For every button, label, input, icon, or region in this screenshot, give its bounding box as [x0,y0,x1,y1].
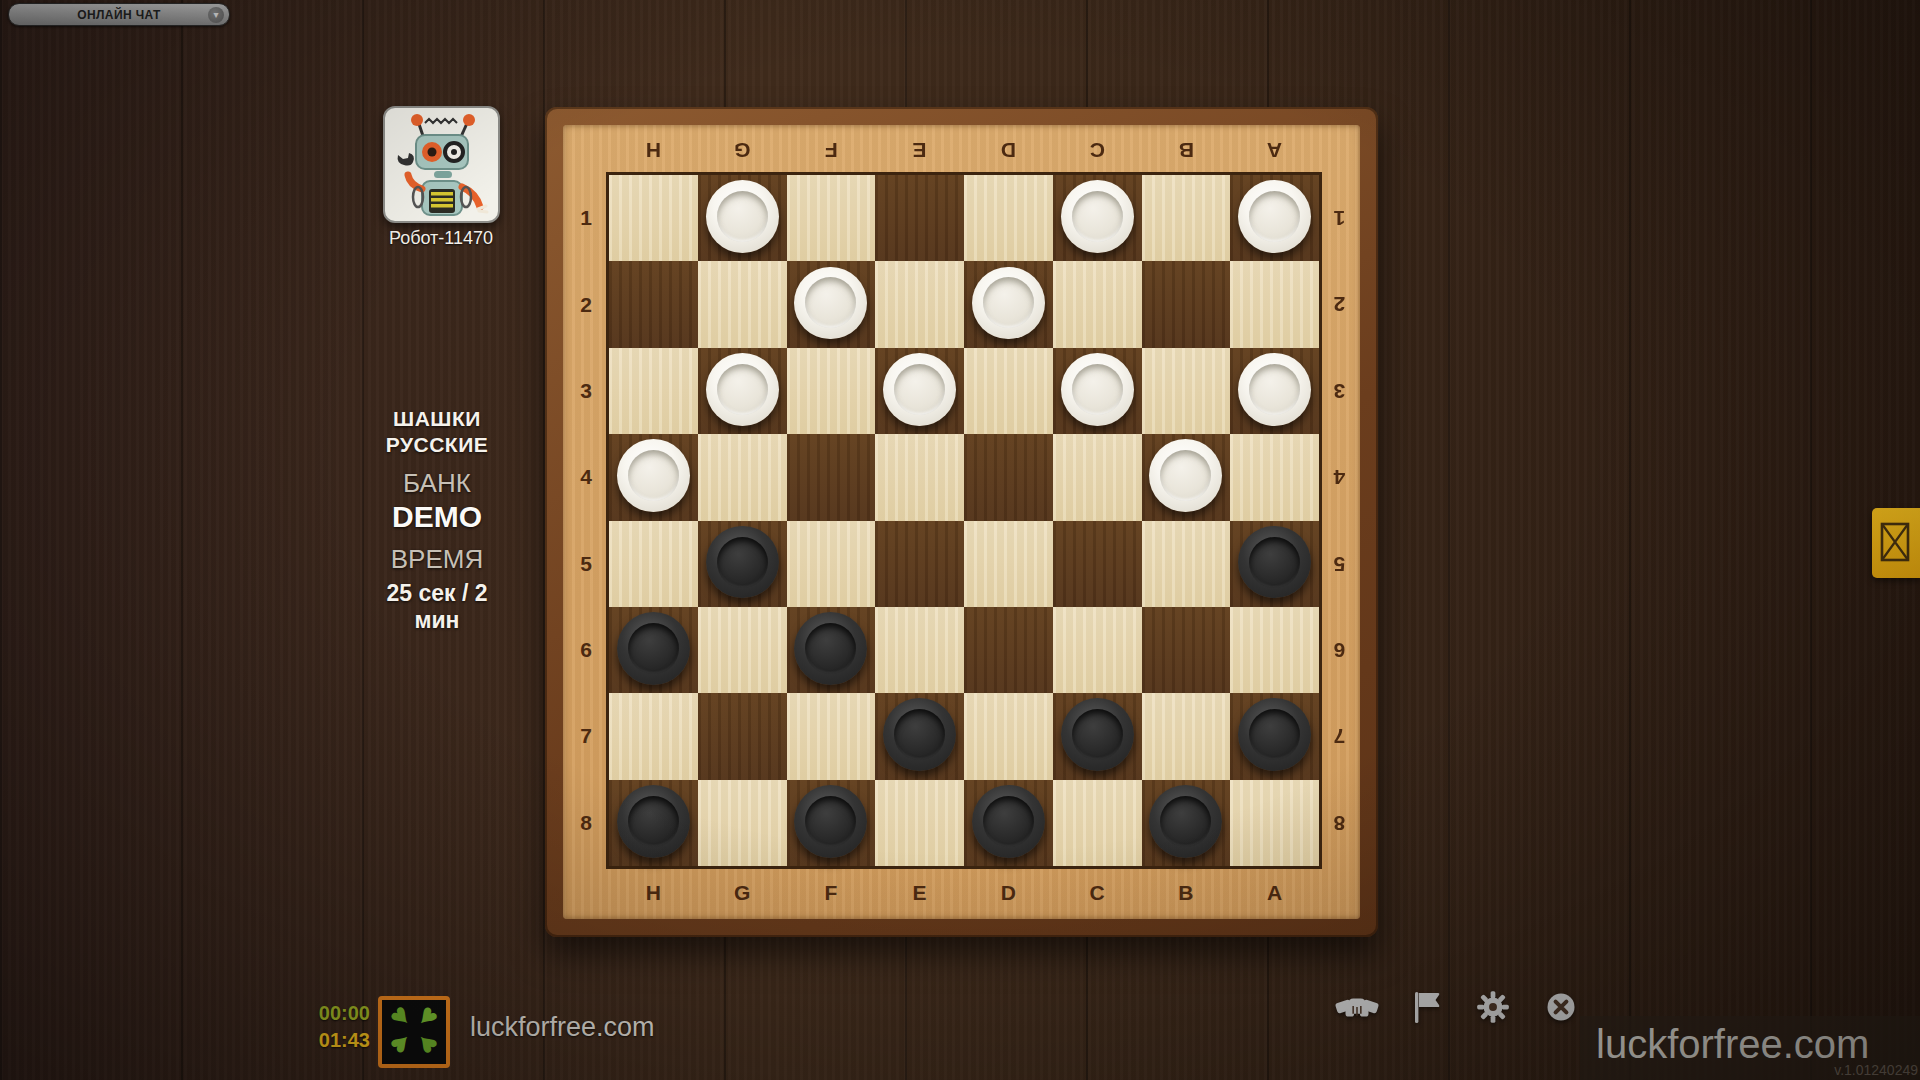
board-right-numbers: 12345678 [1319,175,1360,866]
app-root: ОНЛАЙН ЧАТ ▾ Робо [0,0,1920,1080]
square-f1[interactable] [787,175,876,261]
square-h4[interactable] [609,434,698,520]
row-label-left-3: 3 [563,348,609,434]
square-h5[interactable] [609,521,698,607]
square-c6[interactable] [1053,607,1142,693]
white-man-g3[interactable] [706,353,779,426]
col-label-top-h: H [609,125,698,175]
col-label-top-a: A [1230,125,1319,175]
square-h3[interactable] [609,348,698,434]
black-man-d8[interactable] [972,785,1045,858]
square-c8[interactable] [1053,780,1142,866]
white-man-e3[interactable] [883,353,956,426]
clover-logo[interactable]: ♥ ♥ ♥ ♥ [378,996,450,1068]
square-b5[interactable] [1142,521,1231,607]
board-frame: HGFEDCBA HGFEDCBA 12345678 12345678 [545,107,1378,937]
board-bottom-letters: HGFEDCBA [609,866,1319,919]
square-c5[interactable] [1053,521,1142,607]
watermark-version: v.1.01240249 [1834,1062,1918,1078]
clover-leaf-icon: ♥ [405,1021,450,1066]
action-bar [1334,984,1584,1030]
row-label-left-5: 5 [563,521,609,607]
white-man-b4[interactable] [1149,439,1222,512]
square-a3[interactable] [1230,348,1319,434]
gear-icon[interactable] [1470,984,1516,1030]
square-b1[interactable] [1142,175,1231,261]
square-f4[interactable] [787,434,876,520]
robot-icon [392,113,492,217]
row-label-left-6: 6 [563,607,609,693]
row-label-left-7: 7 [563,693,609,779]
row-label-left-1: 1 [563,175,609,261]
square-a6[interactable] [1230,607,1319,693]
square-g6[interactable] [698,607,787,693]
square-c7[interactable] [1053,693,1142,779]
square-g1[interactable] [698,175,787,261]
black-man-h6[interactable] [617,612,690,685]
square-h7[interactable] [609,693,698,779]
col-label-top-f: F [787,125,876,175]
square-d1[interactable] [964,175,1053,261]
square-c1[interactable] [1053,175,1142,261]
col-label-top-d: D [964,125,1053,175]
row-label-right-8: 8 [1319,780,1360,866]
col-label-bottom-c: C [1053,866,1142,919]
white-man-h4[interactable] [617,439,690,512]
white-man-a3[interactable] [1238,353,1311,426]
row-label-right-4: 4 [1319,434,1360,520]
col-label-bottom-f: F [787,866,876,919]
col-label-bottom-g: G [698,866,787,919]
black-man-h8[interactable] [617,785,690,858]
black-man-f8[interactable] [794,785,867,858]
envelope-icon [1880,521,1912,565]
watermark: luckforfree.com v.1.01240249 [1580,1016,1920,1080]
square-h8[interactable] [609,780,698,866]
game-info-panel: ШАШКИ РУССКИЕ БАНК DEMO ВРЕМЯ 25 сек / 2… [312,406,562,634]
square-a8[interactable] [1230,780,1319,866]
square-b8[interactable] [1142,780,1231,866]
square-h1[interactable] [609,175,698,261]
flag-icon[interactable] [1402,984,1448,1030]
square-h2[interactable] [609,261,698,347]
square-e5[interactable] [875,521,964,607]
row-label-right-5: 5 [1319,521,1360,607]
square-e8[interactable] [875,780,964,866]
col-label-bottom-h: H [609,866,698,919]
black-man-e7[interactable] [883,698,956,771]
col-label-bottom-d: D [964,866,1053,919]
col-label-top-c: C [1053,125,1142,175]
checkers-board [609,175,1319,866]
row-label-right-2: 2 [1319,261,1360,347]
row-label-right-3: 3 [1319,348,1360,434]
row-label-right-6: 6 [1319,607,1360,693]
white-man-d2[interactable] [972,267,1045,340]
square-d5[interactable] [964,521,1053,607]
square-b3[interactable] [1142,348,1231,434]
watermark-text: luckforfree.com [1596,1022,1869,1067]
bank-label: БАНК [312,468,562,498]
square-a7[interactable] [1230,693,1319,779]
square-f2[interactable] [787,261,876,347]
game-title-line2: РУССКИЕ [312,432,562,458]
square-e2[interactable] [875,261,964,347]
square-d7[interactable] [964,693,1053,779]
square-b2[interactable] [1142,261,1231,347]
black-man-f6[interactable] [794,612,867,685]
square-h6[interactable] [609,607,698,693]
timer-black: 01:43 [252,1027,370,1054]
game-title-line1: ШАШКИ [312,406,562,432]
white-man-a1[interactable] [1238,180,1311,253]
square-f6[interactable] [787,607,876,693]
online-chat-dropdown[interactable]: ОНЛАЙН ЧАТ ▾ [8,3,230,26]
white-man-f2[interactable] [794,267,867,340]
square-g2[interactable] [698,261,787,347]
col-label-top-e: E [875,125,964,175]
square-g4[interactable] [698,434,787,520]
black-man-c7[interactable] [1061,698,1134,771]
square-g7[interactable] [698,693,787,779]
chevron-down-icon[interactable]: ▾ [208,7,224,23]
black-man-g5[interactable] [706,526,779,599]
row-label-right-7: 7 [1319,693,1360,779]
square-c2[interactable] [1053,261,1142,347]
square-a4[interactable] [1230,434,1319,520]
square-b4[interactable] [1142,434,1231,520]
square-d6[interactable] [964,607,1053,693]
game-timers: 00:00 01:43 [252,1000,370,1054]
square-e4[interactable] [875,434,964,520]
square-g3[interactable] [698,348,787,434]
square-b7[interactable] [1142,693,1231,779]
square-f3[interactable] [787,348,876,434]
close-icon[interactable] [1538,984,1584,1030]
site-label: luckforfree.com [470,1012,655,1043]
square-a5[interactable] [1230,521,1319,607]
square-b6[interactable] [1142,607,1231,693]
square-e6[interactable] [875,607,964,693]
square-f8[interactable] [787,780,876,866]
board-left-numbers: 12345678 [563,175,609,866]
board-top-letters: HGFEDCBA [609,125,1319,175]
square-g8[interactable] [698,780,787,866]
square-a1[interactable] [1230,175,1319,261]
timer-white: 00:00 [252,1000,370,1027]
square-e3[interactable] [875,348,964,434]
white-man-c1[interactable] [1061,180,1134,253]
square-e7[interactable] [875,693,964,779]
square-d8[interactable] [964,780,1053,866]
handshake-icon[interactable] [1334,984,1380,1030]
row-label-left-8: 8 [563,780,609,866]
time-value-line2: мин [312,607,562,634]
col-label-top-g: G [698,125,787,175]
square-d4[interactable] [964,434,1053,520]
square-d2[interactable] [964,261,1053,347]
square-f7[interactable] [787,693,876,779]
col-label-bottom-a: A [1230,866,1319,919]
time-value-line1: 25 сек / 2 [312,580,562,607]
envelope-tab[interactable] [1872,508,1920,578]
black-man-b8[interactable] [1149,785,1222,858]
row-label-right-1: 1 [1319,175,1360,261]
col-label-bottom-e: E [875,866,964,919]
square-c4[interactable] [1053,434,1142,520]
square-a2[interactable] [1230,261,1319,347]
row-label-left-2: 2 [563,261,609,347]
white-man-g1[interactable] [706,180,779,253]
board-border: HGFEDCBA HGFEDCBA 12345678 12345678 [563,125,1360,919]
bank-value: DEMO [312,500,562,534]
col-label-top-b: B [1142,125,1231,175]
col-label-bottom-b: B [1142,866,1231,919]
square-e1[interactable] [875,175,964,261]
time-label: ВРЕМЯ [312,544,562,574]
square-c3[interactable] [1053,348,1142,434]
row-label-left-4: 4 [563,434,609,520]
black-man-a7[interactable] [1238,698,1311,771]
square-d3[interactable] [964,348,1053,434]
online-chat-label: ОНЛАЙН ЧАТ [77,8,161,22]
opponent-name: Робот-11470 [331,228,551,249]
square-g5[interactable] [698,521,787,607]
white-man-c3[interactable] [1061,353,1134,426]
square-f5[interactable] [787,521,876,607]
opponent-avatar [383,106,500,223]
black-man-a5[interactable] [1238,526,1311,599]
